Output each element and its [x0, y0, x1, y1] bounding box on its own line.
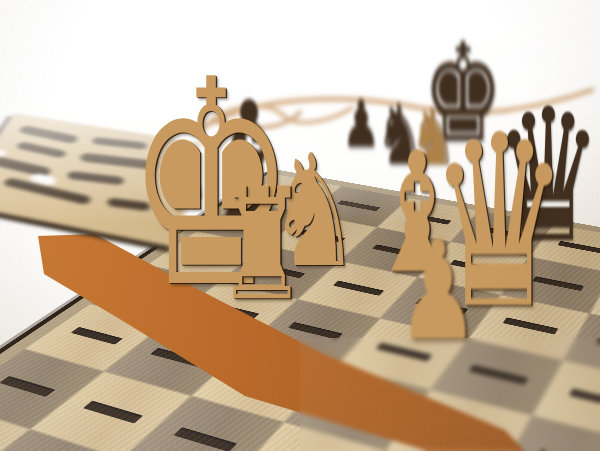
chess-set-photo: ♚♟♞♞♝♛♟♚♜♞♝♛♟ [0, 0, 600, 451]
piece-white-pawn-f2: ♟ [397, 222, 479, 361]
pieces-layer: ♚♟♞♞♝♛♟♚♜♞♝♛♟ [0, 0, 600, 451]
piece-white-rook-d3: ♜ [216, 168, 307, 322]
